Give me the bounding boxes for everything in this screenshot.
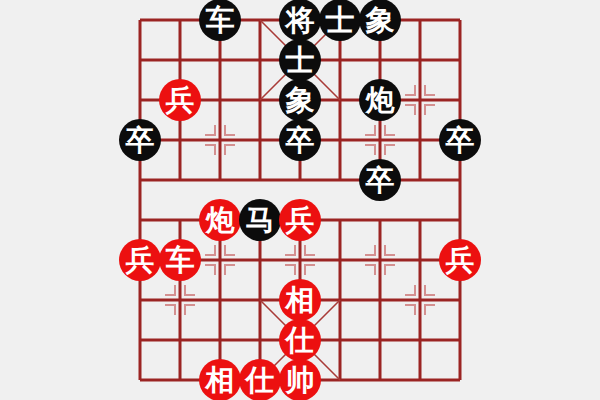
board-point-4-9: 帅 — [280, 360, 320, 400]
board-point-4-2: 象 — [280, 80, 320, 120]
board-point-4-3: 卒 — [280, 120, 320, 160]
piece-black-elephant[interactable]: 象 — [359, 0, 401, 41]
board-point-6-2: 炮 — [360, 80, 400, 120]
piece-black-chariot[interactable]: 车 — [199, 0, 241, 41]
board-point-3-9: 仕 — [240, 360, 280, 400]
board-point-8-6: 兵 — [440, 240, 480, 280]
piece-black-soldier[interactable]: 卒 — [279, 119, 321, 161]
board-point-1-6: 车 — [160, 240, 200, 280]
piece-red-elephant[interactable]: 相 — [279, 279, 321, 321]
board-point-0-3: 卒 — [120, 120, 160, 160]
piece-black-advisor[interactable]: 士 — [279, 39, 321, 81]
piece-red-general[interactable]: 帅 — [279, 359, 321, 400]
piece-red-cannon[interactable]: 炮 — [199, 199, 241, 241]
board-point-3-5: 马 — [240, 200, 280, 240]
piece-black-soldier[interactable]: 卒 — [439, 119, 481, 161]
board-point-2-9: 相 — [200, 360, 240, 400]
xiangqi-board: 车将士象士兵象炮卒卒卒卒炮马兵兵车兵相仕相仕帅 — [0, 0, 600, 400]
piece-black-advisor[interactable]: 士 — [319, 0, 361, 41]
piece-red-elephant[interactable]: 相 — [199, 359, 241, 400]
piece-red-soldier[interactable]: 兵 — [159, 79, 201, 121]
board-point-0-6: 兵 — [120, 240, 160, 280]
piece-red-advisor[interactable]: 仕 — [279, 319, 321, 361]
board-point-2-5: 炮 — [200, 200, 240, 240]
board-point-4-5: 兵 — [280, 200, 320, 240]
piece-red-soldier[interactable]: 兵 — [279, 199, 321, 241]
piece-red-chariot[interactable]: 车 — [159, 239, 201, 281]
piece-black-elephant[interactable]: 象 — [279, 79, 321, 121]
board-point-4-0: 将 — [280, 0, 320, 40]
board-pieces: 车将士象士兵象炮卒卒卒卒炮马兵兵车兵相仕相仕帅 — [120, 0, 480, 400]
piece-black-general[interactable]: 将 — [279, 0, 321, 41]
board-point-5-0: 士 — [320, 0, 360, 40]
piece-black-cannon[interactable]: 炮 — [359, 79, 401, 121]
piece-red-soldier[interactable]: 兵 — [119, 239, 161, 281]
board-point-1-2: 兵 — [160, 80, 200, 120]
board-point-2-0: 车 — [200, 0, 240, 40]
piece-red-advisor[interactable]: 仕 — [239, 359, 281, 400]
piece-black-horse[interactable]: 马 — [239, 199, 281, 241]
board-point-4-7: 相 — [280, 280, 320, 320]
board-point-6-4: 卒 — [360, 160, 400, 200]
board-point-8-3: 卒 — [440, 120, 480, 160]
piece-red-soldier[interactable]: 兵 — [439, 239, 481, 281]
board-point-4-8: 仕 — [280, 320, 320, 360]
board-point-6-0: 象 — [360, 0, 400, 40]
piece-black-soldier[interactable]: 卒 — [359, 159, 401, 201]
piece-black-soldier[interactable]: 卒 — [119, 119, 161, 161]
board-point-4-1: 士 — [280, 40, 320, 80]
